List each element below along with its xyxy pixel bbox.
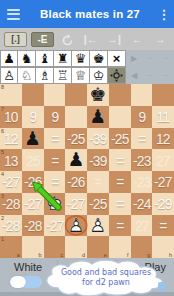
square-f3[interactable]: = bbox=[109, 193, 131, 215]
palette-white-queen[interactable]: ♕ bbox=[72, 67, 90, 84]
eval-number-f2: = bbox=[110, 215, 130, 237]
square-b1[interactable]: b bbox=[22, 236, 44, 258]
square-c4[interactable]: = bbox=[44, 171, 66, 193]
square-b8[interactable] bbox=[22, 84, 44, 106]
square-f4[interactable]: = bbox=[109, 171, 131, 193]
palette-black-queen[interactable]: ♛ bbox=[72, 50, 90, 67]
rank-label-2: 2 bbox=[1, 215, 4, 221]
eval-number-d3: -27 bbox=[66, 193, 86, 215]
tooltip-line-1: Good and bad squares bbox=[61, 268, 151, 277]
palette-extra-icon-2[interactable]: ·· bbox=[158, 50, 174, 67]
eval-number-g4: -23 bbox=[131, 171, 151, 193]
square-a6[interactable]: 612 bbox=[0, 128, 22, 150]
eval-number-c6: = bbox=[44, 128, 64, 150]
tooltip-line-2: for d2 pawn bbox=[82, 278, 130, 287]
white-king-c3[interactable]: ♚♔ bbox=[44, 193, 66, 215]
square-h5[interactable]: 27 bbox=[152, 149, 174, 171]
square-c8[interactable] bbox=[44, 84, 66, 106]
square-g2[interactable]: 27 bbox=[131, 215, 153, 237]
square-a4[interactable]: 4-27 bbox=[0, 171, 22, 193]
square-c5[interactable]: = bbox=[44, 149, 66, 171]
file-label-h: h bbox=[169, 252, 172, 258]
square-f6[interactable]: -25 bbox=[109, 128, 131, 150]
square-d6[interactable]: -25 bbox=[65, 128, 87, 150]
eval-number-f4: = bbox=[110, 171, 130, 193]
eval-number-b5: 25 bbox=[23, 149, 43, 171]
white-pawn-e2[interactable]: ♟♙ bbox=[87, 215, 109, 237]
rank-label-7: 7 bbox=[1, 106, 4, 112]
file-label-d: d bbox=[82, 252, 85, 258]
square-d7[interactable] bbox=[65, 106, 87, 128]
palette-extra-forward-icon[interactable]: ▶ bbox=[126, 50, 142, 67]
eval-number-d6: -25 bbox=[66, 128, 86, 150]
eval-number-e5: -39 bbox=[88, 149, 108, 171]
square-e5[interactable]: -39 bbox=[87, 149, 109, 171]
page-title: Black mates in 27 bbox=[26, 8, 154, 20]
eval-number-h2: = bbox=[153, 215, 173, 237]
eval-number-c5: = bbox=[44, 149, 64, 171]
square-a3[interactable]: 3-28 bbox=[0, 193, 22, 215]
square-c6[interactable]: = bbox=[44, 128, 66, 150]
square-f8[interactable] bbox=[109, 84, 131, 106]
square-d5[interactable]: ♟ bbox=[65, 149, 87, 171]
square-e7[interactable]: ♟ bbox=[87, 106, 109, 128]
square-d8[interactable] bbox=[65, 84, 87, 106]
eval-number-h5: 27 bbox=[153, 149, 173, 171]
square-e4[interactable]: = bbox=[87, 171, 109, 193]
square-d1[interactable]: d bbox=[65, 236, 87, 258]
eval-number-e3: -25 bbox=[88, 193, 108, 215]
square-g5[interactable]: -23 bbox=[131, 149, 153, 171]
chess-board[interactable]: 8♚71099♟911612♟=-25-39-25=1251325=♟-39=-… bbox=[0, 84, 174, 258]
square-e6[interactable]: -39 bbox=[87, 128, 109, 150]
palette-black-bishop[interactable]: ♝ bbox=[36, 50, 54, 67]
square-h4[interactable]: -27 bbox=[152, 171, 174, 193]
palette-white-rook[interactable]: ♖ bbox=[54, 67, 72, 84]
refresh-icon[interactable] bbox=[56, 28, 79, 50]
square-g6[interactable]: = bbox=[131, 128, 153, 150]
eval-number-e6: -39 bbox=[88, 128, 108, 150]
file-label-c: c bbox=[61, 252, 64, 258]
square-a1[interactable]: 1a bbox=[0, 236, 22, 258]
square-h7[interactable]: 11 bbox=[152, 106, 174, 128]
rank-label-1: 1 bbox=[1, 236, 4, 242]
file-label-e: e bbox=[104, 252, 107, 258]
white-piece-row: ♙♘♗♖♕♔◀···· bbox=[0, 67, 174, 84]
square-b5[interactable]: 25 bbox=[22, 149, 44, 171]
square-f2[interactable]: = bbox=[109, 215, 131, 237]
square-f5[interactable]: = bbox=[109, 149, 131, 171]
palette-white-bishop[interactable]: ♗ bbox=[36, 67, 54, 84]
kebab-menu-icon[interactable]: ⋮ bbox=[154, 7, 174, 22]
square-a2[interactable]: 2-28 bbox=[0, 215, 22, 237]
black-pawn-b6[interactable]: ♟ bbox=[22, 128, 44, 150]
rank-label-4: 4 bbox=[1, 171, 4, 177]
eval-number-e4: = bbox=[88, 171, 108, 193]
edit-toolbar: [.] -E |← →| ← → bbox=[0, 28, 174, 50]
file-label-f: f bbox=[127, 252, 129, 258]
white-pawn-d2[interactable]: ♟♙ bbox=[65, 215, 87, 237]
palette-black-pawn[interactable]: ♟ bbox=[0, 50, 18, 67]
eval-number-c7: 9 bbox=[44, 106, 64, 128]
eval-number-h6: 12 bbox=[153, 128, 173, 150]
rank-label-5: 5 bbox=[1, 149, 4, 155]
square-e3[interactable]: -25 bbox=[87, 193, 109, 215]
file-label-b: b bbox=[38, 252, 41, 258]
square-c3[interactable]: ♚♔ bbox=[44, 193, 66, 215]
square-g7[interactable]: 9 bbox=[131, 106, 153, 128]
eval-number-b4: -26 bbox=[23, 171, 43, 193]
palette-white-knight[interactable]: ♘ bbox=[18, 67, 36, 84]
eval-number-g6: = bbox=[131, 128, 151, 150]
rank-label-3: 3 bbox=[1, 193, 4, 199]
eval-number-h3: -29 bbox=[153, 193, 173, 215]
rank-label-8: 8 bbox=[1, 84, 4, 90]
black-pawn-e7[interactable]: ♟ bbox=[87, 106, 109, 128]
square-b4[interactable]: -26 bbox=[22, 171, 44, 193]
eval-number-g5: -23 bbox=[131, 149, 151, 171]
square-e8[interactable]: ♚ bbox=[87, 84, 109, 106]
eval-number-d4: -26 bbox=[66, 171, 86, 193]
palette-white-king[interactable]: ♔ bbox=[90, 67, 108, 84]
eval-number-h4: -27 bbox=[153, 171, 173, 193]
square-f7[interactable] bbox=[109, 106, 131, 128]
tooltip-text: Good and bad squares for d2 pawn bbox=[38, 259, 174, 296]
square-h8[interactable] bbox=[152, 84, 174, 106]
square-c7[interactable]: 9 bbox=[44, 106, 66, 128]
forward-arrow-icon[interactable]: → bbox=[149, 28, 172, 50]
palette-extra-icon-3[interactable]: ·· bbox=[142, 67, 158, 84]
rank-label-6: 6 bbox=[1, 128, 4, 134]
square-g8[interactable] bbox=[131, 84, 153, 106]
toggle-thumb[interactable] bbox=[10, 276, 26, 288]
square-a7[interactable]: 710 bbox=[0, 106, 22, 128]
square-d2[interactable]: ♟♙ bbox=[65, 215, 87, 237]
square-h6[interactable]: 12 bbox=[152, 128, 174, 150]
square-h2[interactable]: = bbox=[152, 215, 174, 237]
palette-extra-icon-1[interactable]: ·· bbox=[142, 50, 158, 67]
black-king-e8[interactable]: ♚ bbox=[87, 84, 109, 106]
go-to-start-icon[interactable]: |← bbox=[79, 28, 102, 50]
square-b6[interactable]: ♟ bbox=[22, 128, 44, 150]
square-g1[interactable]: g bbox=[131, 236, 153, 258]
eval-number-b7: 9 bbox=[23, 106, 43, 128]
setup-position-button[interactable]: [.] bbox=[4, 32, 27, 47]
square-a8[interactable]: 8 bbox=[0, 84, 22, 106]
piece-palette: ♟♞♝♜♛♚×▶···· ♙♘♗♖♕♔◀···· bbox=[0, 50, 174, 84]
square-d4[interactable]: -26 bbox=[65, 171, 87, 193]
eval-number-b2: -28 bbox=[23, 215, 43, 237]
black-pawn-d5[interactable]: ♟ bbox=[65, 149, 87, 171]
eval-number-f3: = bbox=[110, 193, 130, 215]
palette-extra-icon-4[interactable]: ·· bbox=[158, 67, 174, 84]
palette-delete-piece[interactable]: × bbox=[108, 50, 126, 67]
palette-black-knight[interactable]: ♞ bbox=[18, 50, 36, 67]
palette-white-pawn[interactable]: ♙ bbox=[0, 67, 18, 84]
palette-extra-back-icon[interactable]: ◀ bbox=[126, 67, 142, 84]
square-b7[interactable]: 9 bbox=[22, 106, 44, 128]
app-bar: Black mates in 27 ⋮ bbox=[0, 0, 174, 28]
square-e1[interactable]: e bbox=[87, 236, 109, 258]
palette-black-king[interactable]: ♚ bbox=[90, 50, 108, 67]
square-b2[interactable]: -28 bbox=[22, 215, 44, 237]
eval-number-f6: -25 bbox=[110, 128, 130, 150]
eval-number-h7: 11 bbox=[153, 106, 173, 128]
square-g4[interactable]: -23 bbox=[131, 171, 153, 193]
square-e2[interactable]: ♟♙ bbox=[87, 215, 109, 237]
palette-black-rook[interactable]: ♜ bbox=[54, 50, 72, 67]
eval-number-g2: 27 bbox=[131, 215, 151, 237]
square-d3[interactable]: -27 bbox=[65, 193, 87, 215]
hint-tooltip[interactable]: Good and bad squares for d2 pawn bbox=[38, 259, 174, 296]
file-label-g: g bbox=[147, 252, 150, 258]
square-f1[interactable]: f bbox=[109, 236, 131, 258]
palette-move-tool[interactable] bbox=[108, 67, 126, 84]
square-g3[interactable]: -24 bbox=[131, 193, 153, 215]
go-to-end-icon[interactable]: →| bbox=[102, 28, 125, 50]
eval-number-c2: -27 bbox=[44, 215, 64, 237]
eval-number-c4: = bbox=[44, 171, 64, 193]
square-h3[interactable]: -29 bbox=[152, 193, 174, 215]
square-c1[interactable]: c bbox=[44, 236, 66, 258]
back-arrow-icon[interactable]: ← bbox=[126, 28, 149, 50]
square-h1[interactable]: h bbox=[152, 236, 174, 258]
hamburger-menu-icon[interactable] bbox=[0, 9, 26, 20]
eval-number-b3: -27 bbox=[23, 193, 43, 215]
eval-number-f5: = bbox=[110, 149, 130, 171]
file-label-a: a bbox=[17, 252, 20, 258]
black-piece-row: ♟♞♝♜♛♚×▶···· bbox=[0, 50, 174, 67]
engine-mode-button[interactable]: -E bbox=[31, 32, 54, 47]
square-c2[interactable]: -27 bbox=[44, 215, 66, 237]
square-b3[interactable]: -27 bbox=[22, 193, 44, 215]
square-a5[interactable]: 513 bbox=[0, 149, 22, 171]
eval-number-g7: 9 bbox=[131, 106, 151, 128]
eval-number-g3: -24 bbox=[131, 193, 151, 215]
